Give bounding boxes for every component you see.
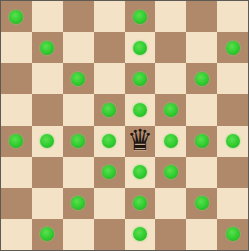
square-a2[interactable] <box>1 188 32 219</box>
square-h5[interactable] <box>217 94 248 125</box>
square-h2[interactable] <box>217 188 248 219</box>
square-g6[interactable] <box>186 63 217 94</box>
legal-move-dot <box>133 41 147 55</box>
square-g3[interactable] <box>186 157 217 188</box>
square-g2[interactable] <box>186 188 217 219</box>
legal-move-dot <box>226 227 240 241</box>
legal-move-dot <box>40 41 54 55</box>
square-f2[interactable] <box>155 188 186 219</box>
legal-move-dot <box>102 165 116 179</box>
legal-move-dot <box>71 72 85 86</box>
square-e6[interactable] <box>125 63 156 94</box>
square-d4[interactable] <box>94 126 125 157</box>
square-a3[interactable] <box>1 157 32 188</box>
square-e3[interactable] <box>125 157 156 188</box>
square-c3[interactable] <box>63 157 94 188</box>
square-b8[interactable] <box>32 1 63 32</box>
square-g7[interactable] <box>186 32 217 63</box>
chess-board: ♛ <box>0 0 249 251</box>
square-f4[interactable] <box>155 126 186 157</box>
square-c7[interactable] <box>63 32 94 63</box>
square-a7[interactable] <box>1 32 32 63</box>
legal-move-dot <box>133 103 147 117</box>
legal-move-dot <box>102 134 116 148</box>
legal-move-dot <box>40 227 54 241</box>
legal-move-dot <box>133 196 147 210</box>
square-f1[interactable] <box>155 219 186 250</box>
square-h1[interactable] <box>217 219 248 250</box>
square-c6[interactable] <box>63 63 94 94</box>
square-b1[interactable] <box>32 219 63 250</box>
square-h7[interactable] <box>217 32 248 63</box>
square-c2[interactable] <box>63 188 94 219</box>
legal-move-dot <box>195 134 209 148</box>
square-a4[interactable] <box>1 126 32 157</box>
legal-move-dot <box>133 10 147 24</box>
square-d7[interactable] <box>94 32 125 63</box>
legal-move-dot <box>195 196 209 210</box>
square-h8[interactable] <box>217 1 248 32</box>
square-b7[interactable] <box>32 32 63 63</box>
square-h4[interactable] <box>217 126 248 157</box>
legal-move-dot <box>164 165 178 179</box>
square-e5[interactable] <box>125 94 156 125</box>
square-c1[interactable] <box>63 219 94 250</box>
black-queen[interactable]: ♛ <box>127 126 153 155</box>
square-d1[interactable] <box>94 219 125 250</box>
square-a6[interactable] <box>1 63 32 94</box>
square-b3[interactable] <box>32 157 63 188</box>
square-c5[interactable] <box>63 94 94 125</box>
legal-move-dot <box>226 41 240 55</box>
square-c8[interactable] <box>63 1 94 32</box>
square-e4[interactable]: ♛ <box>125 126 156 157</box>
square-a1[interactable] <box>1 219 32 250</box>
square-g8[interactable] <box>186 1 217 32</box>
legal-move-dot <box>226 134 240 148</box>
legal-move-dot <box>164 134 178 148</box>
square-e8[interactable] <box>125 1 156 32</box>
square-b5[interactable] <box>32 94 63 125</box>
legal-move-dot <box>9 134 23 148</box>
square-g5[interactable] <box>186 94 217 125</box>
legal-move-dot <box>102 103 116 117</box>
square-b2[interactable] <box>32 188 63 219</box>
legal-move-dot <box>71 196 85 210</box>
square-e2[interactable] <box>125 188 156 219</box>
square-f7[interactable] <box>155 32 186 63</box>
square-d2[interactable] <box>94 188 125 219</box>
legal-move-dot <box>9 10 23 24</box>
square-a5[interactable] <box>1 94 32 125</box>
legal-move-dot <box>195 72 209 86</box>
square-f8[interactable] <box>155 1 186 32</box>
square-d6[interactable] <box>94 63 125 94</box>
square-f6[interactable] <box>155 63 186 94</box>
legal-move-dot <box>133 72 147 86</box>
square-e7[interactable] <box>125 32 156 63</box>
square-g1[interactable] <box>186 219 217 250</box>
square-f5[interactable] <box>155 94 186 125</box>
legal-move-dot <box>164 103 178 117</box>
square-h6[interactable] <box>217 63 248 94</box>
square-b6[interactable] <box>32 63 63 94</box>
square-d5[interactable] <box>94 94 125 125</box>
square-h3[interactable] <box>217 157 248 188</box>
square-d8[interactable] <box>94 1 125 32</box>
legal-move-dot <box>133 227 147 241</box>
legal-move-dot <box>40 134 54 148</box>
square-d3[interactable] <box>94 157 125 188</box>
legal-move-dot <box>133 165 147 179</box>
legal-move-dot <box>71 134 85 148</box>
square-a8[interactable] <box>1 1 32 32</box>
square-c4[interactable] <box>63 126 94 157</box>
square-e1[interactable] <box>125 219 156 250</box>
square-f3[interactable] <box>155 157 186 188</box>
square-b4[interactable] <box>32 126 63 157</box>
square-g4[interactable] <box>186 126 217 157</box>
chess-board-window: ♛ <box>0 0 249 251</box>
